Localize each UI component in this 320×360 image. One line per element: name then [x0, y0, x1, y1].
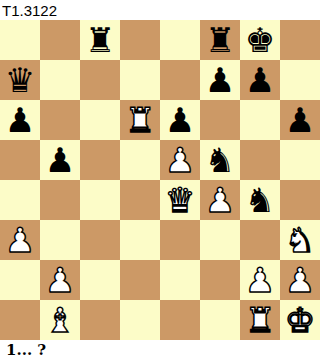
square-g6[interactable]	[240, 100, 280, 140]
move-prompt: 1... ?	[0, 341, 46, 359]
square-c5[interactable]	[80, 140, 120, 180]
square-d2[interactable]	[120, 260, 160, 300]
square-g8[interactable]: ♚	[240, 20, 280, 60]
piece-white-pawn[interactable]: ♟	[205, 180, 235, 220]
square-b6[interactable]	[40, 100, 80, 140]
square-d4[interactable]	[120, 180, 160, 220]
square-a6[interactable]: ♟	[0, 100, 40, 140]
square-f3[interactable]	[200, 220, 240, 260]
square-e5[interactable]: ♟	[160, 140, 200, 180]
square-c2[interactable]	[80, 260, 120, 300]
square-c4[interactable]	[80, 180, 120, 220]
square-b3[interactable]	[40, 220, 80, 260]
square-h6[interactable]: ♟	[280, 100, 320, 140]
square-c8[interactable]: ♜	[80, 20, 120, 60]
square-f1[interactable]	[200, 300, 240, 340]
square-b2[interactable]: ♟	[40, 260, 80, 300]
piece-black-pawn[interactable]: ♟	[245, 60, 275, 100]
piece-white-rook[interactable]: ♜	[125, 100, 155, 140]
square-h3[interactable]: ♞	[280, 220, 320, 260]
square-d7[interactable]	[120, 60, 160, 100]
square-b5[interactable]: ♟	[40, 140, 80, 180]
square-d6[interactable]: ♜	[120, 100, 160, 140]
square-a4[interactable]	[0, 180, 40, 220]
square-e1[interactable]	[160, 300, 200, 340]
square-a1[interactable]	[0, 300, 40, 340]
square-g3[interactable]	[240, 220, 280, 260]
square-e8[interactable]	[160, 20, 200, 60]
square-d8[interactable]	[120, 20, 160, 60]
piece-white-queen[interactable]: ♛	[165, 180, 195, 220]
square-e3[interactable]	[160, 220, 200, 260]
piece-black-pawn[interactable]: ♟	[45, 140, 75, 180]
piece-white-rook[interactable]: ♜	[245, 300, 275, 340]
square-f4[interactable]: ♟	[200, 180, 240, 220]
piece-black-knight[interactable]: ♞	[205, 140, 235, 180]
puzzle-title: T1.3122	[0, 2, 57, 19]
square-f7[interactable]: ♟	[200, 60, 240, 100]
status-bar: 1... ?	[0, 340, 320, 360]
piece-black-pawn[interactable]: ♟	[165, 100, 195, 140]
square-b4[interactable]	[40, 180, 80, 220]
piece-black-pawn[interactable]: ♟	[205, 60, 235, 100]
square-h4[interactable]	[280, 180, 320, 220]
square-b7[interactable]	[40, 60, 80, 100]
square-a7[interactable]: ♛	[0, 60, 40, 100]
square-g5[interactable]	[240, 140, 280, 180]
square-h8[interactable]	[280, 20, 320, 60]
square-e4[interactable]: ♛	[160, 180, 200, 220]
square-g1[interactable]: ♜	[240, 300, 280, 340]
square-h5[interactable]	[280, 140, 320, 180]
piece-black-queen[interactable]: ♛	[5, 60, 35, 100]
chess-board: ♜♜♚♛♟♟♟♜♟♟♟♟♞♛♟♞♟♞♟♟♟♝♜♚	[0, 20, 320, 340]
square-e6[interactable]: ♟	[160, 100, 200, 140]
square-b8[interactable]	[40, 20, 80, 60]
square-b1[interactable]: ♝	[40, 300, 80, 340]
square-c1[interactable]	[80, 300, 120, 340]
puzzle-window: T1.3122 ♜♜♚♛♟♟♟♜♟♟♟♟♞♛♟♞♟♞♟♟♟♝♜♚ 1... ?	[0, 0, 320, 360]
square-a2[interactable]	[0, 260, 40, 300]
square-f8[interactable]: ♜	[200, 20, 240, 60]
square-g7[interactable]: ♟	[240, 60, 280, 100]
piece-white-knight[interactable]: ♞	[285, 220, 315, 260]
square-f2[interactable]	[200, 260, 240, 300]
title-bar: T1.3122	[0, 0, 320, 20]
square-d5[interactable]	[120, 140, 160, 180]
square-g4[interactable]: ♞	[240, 180, 280, 220]
piece-white-king[interactable]: ♚	[285, 300, 315, 340]
piece-black-pawn[interactable]: ♟	[5, 100, 35, 140]
square-f6[interactable]	[200, 100, 240, 140]
piece-white-pawn[interactable]: ♟	[5, 220, 35, 260]
square-a5[interactable]	[0, 140, 40, 180]
square-e2[interactable]	[160, 260, 200, 300]
piece-white-pawn[interactable]: ♟	[285, 260, 315, 300]
piece-white-pawn[interactable]: ♟	[245, 260, 275, 300]
square-d3[interactable]	[120, 220, 160, 260]
square-f5[interactable]: ♞	[200, 140, 240, 180]
square-h2[interactable]: ♟	[280, 260, 320, 300]
piece-black-knight[interactable]: ♞	[245, 180, 275, 220]
square-e7[interactable]	[160, 60, 200, 100]
piece-black-pawn[interactable]: ♟	[285, 100, 315, 140]
square-a3[interactable]: ♟	[0, 220, 40, 260]
square-g2[interactable]: ♟	[240, 260, 280, 300]
piece-white-bishop[interactable]: ♝	[45, 300, 75, 340]
square-d1[interactable]	[120, 300, 160, 340]
square-a8[interactable]	[0, 20, 40, 60]
piece-white-pawn[interactable]: ♟	[165, 140, 195, 180]
square-c3[interactable]	[80, 220, 120, 260]
square-h1[interactable]: ♚	[280, 300, 320, 340]
piece-white-pawn[interactable]: ♟	[45, 260, 75, 300]
square-h7[interactable]	[280, 60, 320, 100]
square-c6[interactable]	[80, 100, 120, 140]
piece-black-rook[interactable]: ♜	[205, 20, 235, 60]
square-c7[interactable]	[80, 60, 120, 100]
piece-black-king[interactable]: ♚	[245, 20, 275, 60]
piece-black-rook[interactable]: ♜	[85, 20, 115, 60]
